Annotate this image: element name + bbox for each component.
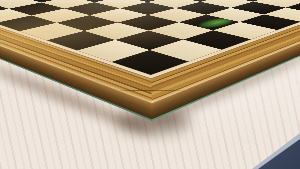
chessboard-photo: [0, 0, 300, 169]
